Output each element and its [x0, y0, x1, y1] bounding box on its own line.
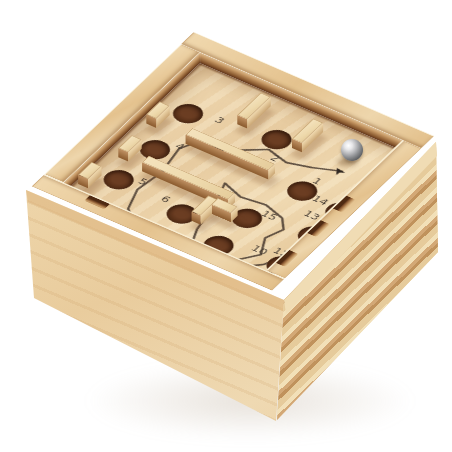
labyrinth-photo: 12345671012131415➤ [0, 0, 452, 452]
steel-ball[interactable] [341, 139, 363, 161]
